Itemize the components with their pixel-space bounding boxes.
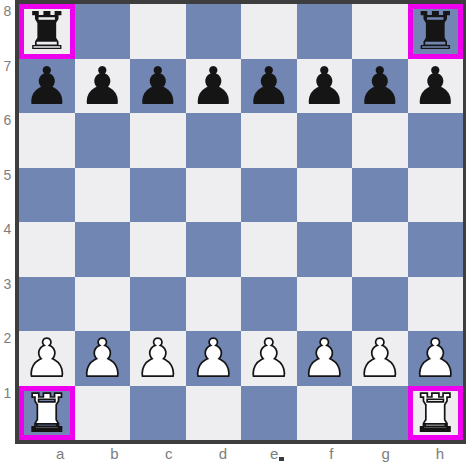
file-label-c: c	[142, 445, 196, 462]
black-pawn[interactable]: ♟	[134, 59, 181, 113]
square-b5[interactable]	[75, 168, 131, 223]
square-b3[interactable]	[75, 277, 131, 332]
square-g1[interactable]	[352, 386, 408, 441]
board-frame: ♜♜♟♟♟♟♟♟♟♟♟♟♟♟♟♟♟♟♜♜	[15, 0, 466, 444]
square-e5[interactable]	[241, 168, 297, 223]
square-f5[interactable]	[297, 168, 353, 223]
chess-board-panel: 87654321 ♜♜♟♟♟♟♟♟♟♟♟♟♟♟♟♟♟♟♜♜ abcdefgh	[0, 0, 466, 463]
file-label-b: b	[87, 445, 141, 462]
square-c3[interactable]	[130, 277, 186, 332]
file-label-a: a	[33, 445, 87, 462]
square-f2[interactable]: ♟	[297, 331, 353, 386]
square-e6[interactable]	[241, 113, 297, 168]
square-a7[interactable]: ♟	[19, 59, 75, 114]
black-rook[interactable]: ♜	[412, 4, 459, 58]
square-f4[interactable]	[297, 222, 353, 277]
square-c6[interactable]	[130, 113, 186, 168]
square-f3[interactable]	[297, 277, 353, 332]
rank-label-4: 4	[0, 222, 15, 277]
square-e7[interactable]: ♟	[241, 59, 297, 114]
white-pawn[interactable]: ♟	[301, 331, 348, 385]
rank-label-8: 8	[0, 4, 15, 59]
chess-board: ♜♜♟♟♟♟♟♟♟♟♟♟♟♟♟♟♟♟♜♜	[19, 4, 463, 440]
white-pawn[interactable]: ♟	[190, 331, 237, 385]
square-g7[interactable]: ♟	[352, 59, 408, 114]
square-a4[interactable]	[19, 222, 75, 277]
rank-label-3: 3	[0, 277, 15, 332]
file-labels: abcdefgh	[15, 444, 466, 463]
square-b8[interactable]	[75, 4, 131, 59]
black-pawn[interactable]: ♟	[79, 59, 126, 113]
white-rook[interactable]: ♜	[23, 386, 70, 440]
rank-label-2: 2	[0, 331, 15, 386]
square-g5[interactable]	[352, 168, 408, 223]
square-d3[interactable]	[186, 277, 242, 332]
black-pawn[interactable]: ♟	[245, 59, 292, 113]
square-e2[interactable]: ♟	[241, 331, 297, 386]
white-pawn[interactable]: ♟	[134, 331, 181, 385]
square-e3[interactable]	[241, 277, 297, 332]
white-pawn[interactable]: ♟	[79, 331, 126, 385]
square-h2[interactable]: ♟	[408, 331, 464, 386]
square-g8[interactable]	[352, 4, 408, 59]
square-f7[interactable]: ♟	[297, 59, 353, 114]
file-label-h: h	[413, 445, 466, 462]
black-pawn[interactable]: ♟	[23, 59, 70, 113]
square-e1[interactable]	[241, 386, 297, 441]
black-pawn[interactable]: ♟	[190, 59, 237, 113]
file-label-g: g	[359, 445, 413, 462]
square-a5[interactable]	[19, 168, 75, 223]
square-f8[interactable]	[297, 4, 353, 59]
white-pawn[interactable]: ♟	[245, 331, 292, 385]
white-pawn[interactable]: ♟	[412, 331, 459, 385]
square-d4[interactable]	[186, 222, 242, 277]
square-h8[interactable]: ♜	[408, 4, 464, 59]
square-h3[interactable]	[408, 277, 464, 332]
square-d8[interactable]	[186, 4, 242, 59]
square-d2[interactable]: ♟	[186, 331, 242, 386]
square-b2[interactable]: ♟	[75, 331, 131, 386]
cursor-artifact	[279, 457, 284, 461]
square-d6[interactable]	[186, 113, 242, 168]
square-c8[interactable]	[130, 4, 186, 59]
square-c4[interactable]	[130, 222, 186, 277]
square-b1[interactable]	[75, 386, 131, 441]
rank-label-7: 7	[0, 59, 15, 114]
white-pawn[interactable]: ♟	[23, 331, 70, 385]
black-rook[interactable]: ♜	[23, 4, 70, 58]
square-b6[interactable]	[75, 113, 131, 168]
square-g3[interactable]	[352, 277, 408, 332]
rank-label-1: 1	[0, 386, 15, 441]
square-d7[interactable]: ♟	[186, 59, 242, 114]
square-f1[interactable]	[297, 386, 353, 441]
square-c2[interactable]: ♟	[130, 331, 186, 386]
square-c1[interactable]	[130, 386, 186, 441]
square-d1[interactable]	[186, 386, 242, 441]
square-a6[interactable]	[19, 113, 75, 168]
file-label-f: f	[304, 445, 358, 462]
square-d5[interactable]	[186, 168, 242, 223]
square-e4[interactable]	[241, 222, 297, 277]
square-a2[interactable]: ♟	[19, 331, 75, 386]
black-pawn[interactable]: ♟	[356, 59, 403, 113]
square-c5[interactable]	[130, 168, 186, 223]
rank-label-5: 5	[0, 168, 15, 223]
square-c7[interactable]: ♟	[130, 59, 186, 114]
rank-labels: 87654321	[0, 0, 15, 444]
square-a1[interactable]: ♜	[19, 386, 75, 441]
square-g4[interactable]	[352, 222, 408, 277]
square-h6[interactable]	[408, 113, 464, 168]
square-g2[interactable]: ♟	[352, 331, 408, 386]
square-e8[interactable]	[241, 4, 297, 59]
square-b4[interactable]	[75, 222, 131, 277]
square-b7[interactable]: ♟	[75, 59, 131, 114]
white-pawn[interactable]: ♟	[356, 331, 403, 385]
square-h7[interactable]: ♟	[408, 59, 464, 114]
square-h1[interactable]: ♜	[408, 386, 464, 441]
square-h4[interactable]	[408, 222, 464, 277]
file-label-d: d	[196, 445, 250, 462]
black-pawn[interactable]: ♟	[412, 59, 459, 113]
square-h5[interactable]	[408, 168, 464, 223]
file-label-e: e	[250, 445, 304, 462]
square-a8[interactable]: ♜	[19, 4, 75, 59]
square-f6[interactable]	[297, 113, 353, 168]
square-a3[interactable]	[19, 277, 75, 332]
white-rook[interactable]: ♜	[412, 386, 459, 440]
rank-label-6: 6	[0, 113, 15, 168]
square-g6[interactable]	[352, 113, 408, 168]
black-pawn[interactable]: ♟	[301, 59, 348, 113]
